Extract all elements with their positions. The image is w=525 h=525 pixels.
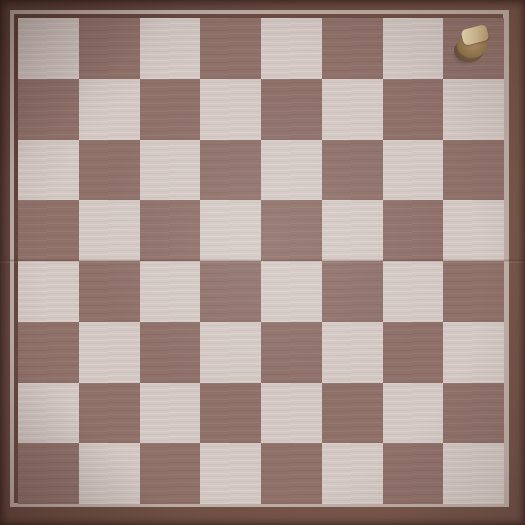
square-d7[interactable] (200, 79, 261, 140)
square-f2[interactable] (322, 383, 383, 444)
square-g2[interactable] (383, 383, 444, 444)
square-f4[interactable] (322, 261, 383, 322)
square-d6[interactable] (200, 140, 261, 201)
square-g8[interactable] (383, 18, 444, 79)
square-e8[interactable] (261, 18, 322, 79)
square-a1[interactable] (18, 443, 79, 504)
fold-crease (0, 259, 525, 263)
square-d4[interactable] (200, 261, 261, 322)
square-a3[interactable] (18, 322, 79, 383)
square-f8[interactable] (322, 18, 383, 79)
square-h4[interactable] (443, 261, 504, 322)
square-a6[interactable] (18, 140, 79, 201)
square-e2[interactable] (261, 383, 322, 444)
square-g3[interactable] (383, 322, 444, 383)
square-a4[interactable] (18, 261, 79, 322)
square-d1[interactable] (200, 443, 261, 504)
square-c8[interactable] (140, 18, 201, 79)
square-c3[interactable] (140, 322, 201, 383)
square-b6[interactable] (79, 140, 140, 201)
square-f3[interactable] (322, 322, 383, 383)
white-pawn[interactable] (443, 18, 504, 79)
square-c7[interactable] (140, 79, 201, 140)
square-a5[interactable] (18, 200, 79, 261)
square-h8[interactable] (443, 18, 504, 79)
square-h5[interactable] (443, 200, 504, 261)
square-b5[interactable] (79, 200, 140, 261)
square-a2[interactable] (18, 383, 79, 444)
square-g7[interactable] (383, 79, 444, 140)
square-d2[interactable] (200, 383, 261, 444)
square-g1[interactable] (383, 443, 444, 504)
square-e1[interactable] (261, 443, 322, 504)
square-h6[interactable] (443, 140, 504, 201)
square-b2[interactable] (79, 383, 140, 444)
square-b1[interactable] (79, 443, 140, 504)
square-e5[interactable] (261, 200, 322, 261)
square-a7[interactable] (18, 79, 79, 140)
square-h2[interactable] (443, 383, 504, 444)
square-f5[interactable] (322, 200, 383, 261)
square-f6[interactable] (322, 140, 383, 201)
chessboard-photo (0, 0, 525, 525)
square-e4[interactable] (261, 261, 322, 322)
square-c4[interactable] (140, 261, 201, 322)
square-e6[interactable] (261, 140, 322, 201)
square-d3[interactable] (200, 322, 261, 383)
square-d5[interactable] (200, 200, 261, 261)
square-g4[interactable] (383, 261, 444, 322)
square-f1[interactable] (322, 443, 383, 504)
square-f7[interactable] (322, 79, 383, 140)
square-g5[interactable] (383, 200, 444, 261)
square-g6[interactable] (383, 140, 444, 201)
square-c5[interactable] (140, 200, 201, 261)
square-c2[interactable] (140, 383, 201, 444)
square-b3[interactable] (79, 322, 140, 383)
square-d8[interactable] (200, 18, 261, 79)
square-a8[interactable] (18, 18, 79, 79)
square-h7[interactable] (443, 79, 504, 140)
square-b7[interactable] (79, 79, 140, 140)
square-c6[interactable] (140, 140, 201, 201)
square-h3[interactable] (443, 322, 504, 383)
square-e7[interactable] (261, 79, 322, 140)
square-c1[interactable] (140, 443, 201, 504)
square-b4[interactable] (79, 261, 140, 322)
square-e3[interactable] (261, 322, 322, 383)
square-b8[interactable] (79, 18, 140, 79)
square-h1[interactable] (443, 443, 504, 504)
